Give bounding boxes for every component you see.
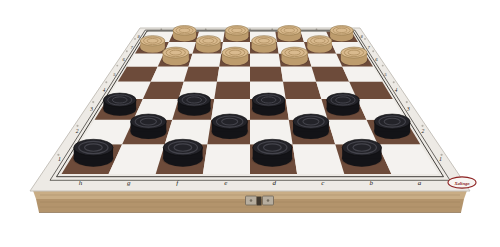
rank-label-left-3: 3	[89, 106, 93, 112]
square-c4[interactable]	[283, 82, 321, 100]
piece-dark-f1[interactable]	[162, 139, 204, 167]
square-c1[interactable]	[293, 144, 345, 174]
border-dot	[393, 81, 395, 83]
piece-dark-f3[interactable]	[177, 93, 212, 116]
border-dot	[372, 50, 374, 52]
piece-dark-b3[interactable]	[326, 93, 361, 116]
border-dot	[406, 101, 408, 103]
square-c5[interactable]	[281, 67, 316, 82]
hinge-slot	[257, 197, 262, 206]
border-dot	[364, 38, 366, 40]
piece-light-g6[interactable]	[162, 47, 190, 65]
piece-dark-h3[interactable]	[102, 93, 137, 116]
piece-light-f7[interactable]	[195, 36, 221, 53]
border-dot	[134, 38, 136, 40]
piece-light-a8[interactable]	[329, 26, 353, 42]
board-scene: hgfedcba1122334455667788Xalingo	[0, 0, 500, 247]
square-e4[interactable]	[214, 82, 250, 100]
square-e1[interactable]	[203, 144, 250, 174]
file-label-e: e	[224, 179, 227, 187]
file-label-g: g	[127, 179, 131, 187]
piece-light-b7[interactable]	[307, 36, 333, 53]
square-d6[interactable]	[250, 53, 281, 66]
brand-logo-text: Xalingo	[453, 181, 470, 186]
piece-light-e6[interactable]	[221, 47, 249, 65]
rank-label-left-1: 1	[58, 156, 61, 162]
rank-label-right-3: 3	[406, 106, 410, 112]
rank-label-right-1: 1	[439, 156, 442, 162]
square-e5[interactable]	[217, 67, 250, 82]
piece-dark-d1[interactable]	[252, 139, 294, 167]
piece-dark-a2[interactable]	[373, 114, 411, 139]
file-label-h: h	[79, 179, 83, 187]
piece-light-e8[interactable]	[225, 26, 249, 42]
piece-light-c6[interactable]	[281, 47, 309, 65]
rank-label-left-2: 2	[76, 128, 79, 134]
square-f6[interactable]	[189, 53, 222, 66]
hinge-screw	[267, 199, 270, 202]
piece-light-g8[interactable]	[172, 26, 196, 42]
rank-label-right-2: 2	[421, 128, 424, 134]
hinge-screw	[250, 199, 253, 202]
piece-dark-c2[interactable]	[292, 114, 330, 139]
file-label-a: a	[418, 179, 422, 187]
piece-dark-b1[interactable]	[341, 139, 383, 167]
border-dot	[76, 125, 78, 127]
rank-label-left-4: 4	[103, 87, 106, 93]
square-d5[interactable]	[250, 67, 283, 82]
border-dot	[382, 65, 384, 67]
piece-dark-e2[interactable]	[211, 114, 249, 139]
piece-dark-d3[interactable]	[251, 93, 286, 116]
file-label-b: b	[369, 179, 373, 187]
piece-light-c8[interactable]	[277, 26, 301, 42]
file-label-d: d	[272, 179, 276, 187]
piece-light-a6[interactable]	[340, 47, 368, 65]
border-dot	[421, 125, 423, 127]
border-dot	[92, 101, 94, 103]
border-dot	[105, 81, 107, 83]
border-dot	[126, 50, 128, 52]
square-b6[interactable]	[308, 53, 343, 66]
piece-dark-g2[interactable]	[129, 114, 167, 139]
checkers-board-photo: hgfedcba1122334455667788Xalingo	[0, 0, 500, 247]
piece-dark-h1[interactable]	[73, 139, 115, 167]
square-f5[interactable]	[184, 67, 219, 82]
border-dot	[116, 65, 118, 67]
piece-light-d7[interactable]	[251, 36, 277, 53]
piece-light-h7[interactable]	[140, 36, 166, 53]
